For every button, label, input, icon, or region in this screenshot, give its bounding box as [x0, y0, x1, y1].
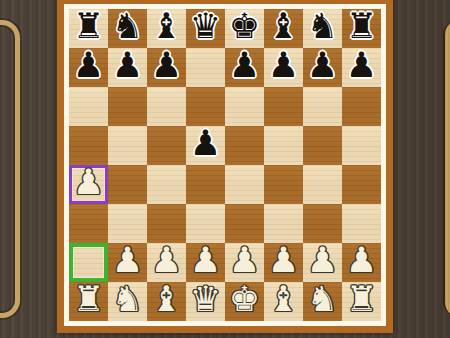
- square-d8[interactable]: ♛: [186, 9, 225, 48]
- piece-black-rook-h8[interactable]: ♜: [346, 7, 377, 46]
- piece-white-pawn-c2[interactable]: ♟: [151, 241, 182, 280]
- piece-white-pawn-g2[interactable]: ♟: [307, 241, 338, 280]
- square-a2[interactable]: [69, 243, 108, 282]
- square-f7[interactable]: ♟: [264, 48, 303, 87]
- piece-black-pawn-b7[interactable]: ♟: [112, 46, 143, 85]
- square-h3[interactable]: [342, 204, 381, 243]
- piece-white-rook-h1[interactable]: ♜: [346, 280, 377, 319]
- square-a7[interactable]: ♟: [69, 48, 108, 87]
- square-d1[interactable]: ♛: [186, 282, 225, 321]
- square-h7[interactable]: ♟: [342, 48, 381, 87]
- square-f4[interactable]: [264, 165, 303, 204]
- square-c4[interactable]: [147, 165, 186, 204]
- square-c3[interactable]: [147, 204, 186, 243]
- piece-black-pawn-c7[interactable]: ♟: [151, 46, 182, 85]
- square-e4[interactable]: [225, 165, 264, 204]
- square-d3[interactable]: [186, 204, 225, 243]
- piece-white-pawn-f2[interactable]: ♟: [268, 241, 299, 280]
- square-f6[interactable]: [264, 87, 303, 126]
- piece-black-pawn-d5[interactable]: ♟: [190, 124, 221, 163]
- piece-black-pawn-e7[interactable]: ♟: [229, 46, 260, 85]
- piece-white-knight-g1[interactable]: ♞: [307, 280, 338, 319]
- square-d7[interactable]: [186, 48, 225, 87]
- square-g6[interactable]: [303, 87, 342, 126]
- square-g2[interactable]: ♟: [303, 243, 342, 282]
- piece-white-knight-b1[interactable]: ♞: [112, 280, 143, 319]
- piece-white-king-e1[interactable]: ♚: [229, 280, 260, 319]
- piece-white-pawn-b2[interactable]: ♟: [112, 241, 143, 280]
- piece-black-king-e8[interactable]: ♚: [229, 7, 260, 46]
- square-b8[interactable]: ♞: [108, 9, 147, 48]
- piece-white-pawn-d2[interactable]: ♟: [190, 241, 221, 280]
- square-e8[interactable]: ♚: [225, 9, 264, 48]
- square-b5[interactable]: [108, 126, 147, 165]
- square-e7[interactable]: ♟: [225, 48, 264, 87]
- square-a6[interactable]: [69, 87, 108, 126]
- square-f5[interactable]: [264, 126, 303, 165]
- square-g4[interactable]: [303, 165, 342, 204]
- piece-white-pawn-a4[interactable]: ♟: [73, 163, 104, 202]
- square-b2[interactable]: ♟: [108, 243, 147, 282]
- square-c2[interactable]: ♟: [147, 243, 186, 282]
- square-f8[interactable]: ♝: [264, 9, 303, 48]
- square-e3[interactable]: [225, 204, 264, 243]
- square-g3[interactable]: [303, 204, 342, 243]
- square-a5[interactable]: [69, 126, 108, 165]
- square-g1[interactable]: ♞: [303, 282, 342, 321]
- square-a3[interactable]: [69, 204, 108, 243]
- square-c5[interactable]: [147, 126, 186, 165]
- piece-black-knight-g8[interactable]: ♞: [307, 7, 338, 46]
- square-c6[interactable]: [147, 87, 186, 126]
- square-f2[interactable]: ♟: [264, 243, 303, 282]
- square-d5[interactable]: ♟: [186, 126, 225, 165]
- square-d6[interactable]: [186, 87, 225, 126]
- piece-black-pawn-g7[interactable]: ♟: [307, 46, 338, 85]
- square-b7[interactable]: ♟: [108, 48, 147, 87]
- square-g8[interactable]: ♞: [303, 9, 342, 48]
- square-e1[interactable]: ♚: [225, 282, 264, 321]
- piece-white-bishop-f1[interactable]: ♝: [268, 280, 299, 319]
- square-g7[interactable]: ♟: [303, 48, 342, 87]
- square-b1[interactable]: ♞: [108, 282, 147, 321]
- square-d2[interactable]: ♟: [186, 243, 225, 282]
- piece-black-knight-b8[interactable]: ♞: [112, 7, 143, 46]
- piece-black-queen-d8[interactable]: ♛: [190, 7, 221, 46]
- square-c7[interactable]: ♟: [147, 48, 186, 87]
- square-e6[interactable]: [225, 87, 264, 126]
- piece-black-rook-a8[interactable]: ♜: [73, 7, 104, 46]
- square-e2[interactable]: ♟: [225, 243, 264, 282]
- right-table-edge-decoration: [443, 21, 450, 316]
- square-f1[interactable]: ♝: [264, 282, 303, 321]
- piece-black-pawn-a7[interactable]: ♟: [73, 46, 104, 85]
- chess-board: ♜♞♝♛♚♝♞♜♟♟♟♟♟♟♟♟♟♟♟♟♟♟♟♟♜♞♝♛♚♝♞♜: [69, 9, 381, 321]
- square-b4[interactable]: [108, 165, 147, 204]
- square-h4[interactable]: [342, 165, 381, 204]
- piece-black-bishop-c8[interactable]: ♝: [151, 7, 182, 46]
- square-c1[interactable]: ♝: [147, 282, 186, 321]
- game-background: ♜♞♝♛♚♝♞♜♟♟♟♟♟♟♟♟♟♟♟♟♟♟♟♟♜♞♝♛♚♝♞♜: [0, 0, 450, 338]
- square-f3[interactable]: [264, 204, 303, 243]
- square-h2[interactable]: ♟: [342, 243, 381, 282]
- piece-white-pawn-e2[interactable]: ♟: [229, 241, 260, 280]
- square-a1[interactable]: ♜: [69, 282, 108, 321]
- square-e5[interactable]: [225, 126, 264, 165]
- piece-black-pawn-h7[interactable]: ♟: [346, 46, 377, 85]
- chess-board-frame: ♜♞♝♛♚♝♞♜♟♟♟♟♟♟♟♟♟♟♟♟♟♟♟♟♜♞♝♛♚♝♞♜: [57, 0, 393, 333]
- square-d4[interactable]: [186, 165, 225, 204]
- square-a4[interactable]: ♟: [69, 165, 108, 204]
- piece-white-bishop-c1[interactable]: ♝: [151, 280, 182, 319]
- square-a8[interactable]: ♜: [69, 9, 108, 48]
- piece-black-bishop-f8[interactable]: ♝: [268, 7, 299, 46]
- square-h8[interactable]: ♜: [342, 9, 381, 48]
- square-h6[interactable]: [342, 87, 381, 126]
- square-b6[interactable]: [108, 87, 147, 126]
- piece-white-rook-a1[interactable]: ♜: [73, 280, 104, 319]
- square-c8[interactable]: ♝: [147, 9, 186, 48]
- square-h5[interactable]: [342, 126, 381, 165]
- square-g5[interactable]: [303, 126, 342, 165]
- piece-white-queen-d1[interactable]: ♛: [190, 280, 221, 319]
- square-b3[interactable]: [108, 204, 147, 243]
- piece-black-pawn-f7[interactable]: ♟: [268, 46, 299, 85]
- piece-white-pawn-h2[interactable]: ♟: [346, 241, 377, 280]
- square-h1[interactable]: ♜: [342, 282, 381, 321]
- left-table-edge-decoration: [0, 20, 20, 318]
